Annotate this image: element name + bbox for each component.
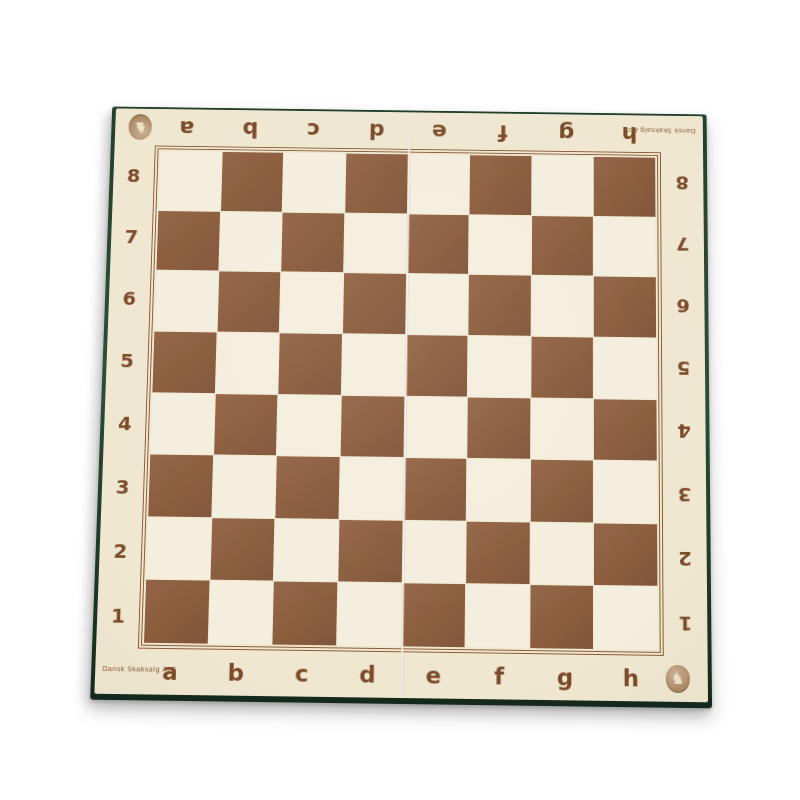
square-c2[interactable] [274,519,338,582]
board-edge: abcdefgh abcdefgh 87654321 87654321 ♞ ♞ … [90,107,712,709]
square-b3[interactable] [212,455,276,517]
square-g3[interactable] [531,460,594,522]
rank-label-right-5: 5 [677,359,691,378]
square-e8[interactable] [407,154,469,214]
square-f3[interactable] [467,459,530,521]
knight-icon: ♞ [133,120,147,135]
rank-label-left-8: 8 [127,166,141,185]
square-d5[interactable] [342,334,405,395]
file-label-top-e: e [432,120,447,141]
square-g5[interactable] [531,337,593,398]
square-f1[interactable] [466,585,530,649]
square-f5[interactable] [468,336,530,397]
square-g7[interactable] [532,216,594,276]
rank-label-right-6: 6 [676,296,690,315]
rank-label-left-2: 2 [113,541,127,561]
file-label-bottom-e: e [425,664,441,687]
square-b2[interactable] [210,518,274,581]
chess-board: abcdefgh abcdefgh 87654321 87654321 ♞ ♞ … [90,107,712,709]
square-b5[interactable] [215,332,279,393]
square-c4[interactable] [277,394,341,456]
square-a5[interactable] [152,332,216,393]
file-label-top-c: c [307,119,321,140]
square-h8[interactable] [594,157,655,217]
square-a1[interactable] [144,580,209,644]
knight-logo-top-left: ♞ [128,114,152,140]
knight-icon: ♞ [671,671,685,687]
square-c5[interactable] [279,333,342,394]
rank-label-left-6: 6 [122,289,136,308]
square-f4[interactable] [467,397,530,459]
square-b6[interactable] [217,272,280,333]
square-f7[interactable] [469,215,531,275]
square-g6[interactable] [531,276,593,337]
square-a6[interactable] [154,271,218,332]
square-d3[interactable] [339,457,403,519]
square-f8[interactable] [470,155,532,215]
square-g8[interactable] [532,156,593,216]
photo-background: abcdefgh abcdefgh 87654321 87654321 ♞ ♞ … [0,0,800,800]
square-c7[interactable] [281,212,344,272]
square-e3[interactable] [403,458,466,520]
file-label-bottom-b: b [227,661,244,684]
square-b1[interactable] [208,581,273,645]
square-f2[interactable] [466,521,529,584]
file-label-top-b: b [242,118,258,139]
square-b8[interactable] [221,152,284,211]
rank-label-left-7: 7 [124,227,138,246]
rank-label-right-1: 1 [678,614,692,634]
file-label-bottom-d: d [359,663,376,686]
square-e5[interactable] [405,335,468,396]
knight-logo-bottom-right: ♞ [666,665,690,693]
square-c3[interactable] [276,456,340,518]
board-face: abcdefgh abcdefgh 87654321 87654321 ♞ ♞ … [94,108,708,702]
rank-labels-right: 87654321 [661,152,708,656]
file-label-top-f: f [498,121,508,142]
maker-text-bottom-left: Dansk Skaksalg ApS [102,665,177,674]
square-f6[interactable] [469,275,531,336]
file-label-top-g: g [558,122,574,143]
square-h4[interactable] [594,399,657,461]
file-label-bottom-f: f [494,665,504,688]
rank-label-right-7: 7 [676,235,690,254]
square-h3[interactable] [594,461,657,523]
square-d8[interactable] [345,154,407,213]
square-b4[interactable] [214,394,278,456]
square-c1[interactable] [273,582,338,646]
square-g1[interactable] [530,585,593,649]
rank-label-left-1: 1 [111,606,126,626]
file-label-bottom-h: h [623,667,639,690]
square-e7[interactable] [407,214,469,274]
square-d7[interactable] [344,213,406,273]
square-h6[interactable] [594,277,656,338]
square-c8[interactable] [283,153,345,212]
maker-text-top-right: Dansk Skaksalg ApS [625,126,696,134]
rank-label-right-3: 3 [678,485,692,505]
rank-label-right-8: 8 [675,174,689,193]
square-a2[interactable] [146,517,211,580]
square-g4[interactable] [531,398,593,460]
rank-label-left-4: 4 [118,414,132,433]
square-h5[interactable] [594,337,656,398]
square-e6[interactable] [406,274,468,335]
file-label-bottom-c: c [295,662,309,685]
square-g2[interactable] [530,522,593,585]
square-b7[interactable] [219,212,282,272]
square-a7[interactable] [156,211,219,271]
rank-label-right-4: 4 [677,421,691,440]
file-label-bottom-g: g [557,666,573,689]
square-h1[interactable] [594,586,657,650]
square-d4[interactable] [341,395,404,457]
square-d1[interactable] [337,583,401,647]
square-e2[interactable] [402,521,466,584]
rank-label-left-5: 5 [120,351,134,370]
file-label-top-a: a [179,117,195,138]
square-h2[interactable] [594,523,657,586]
square-c6[interactable] [280,272,343,333]
square-h7[interactable] [594,217,656,277]
rank-label-left-3: 3 [115,477,129,497]
square-e1[interactable] [401,584,465,648]
square-d6[interactable] [343,273,406,334]
rank-label-right-2: 2 [678,549,692,569]
square-d2[interactable] [338,520,402,583]
square-a3[interactable] [148,455,212,517]
square-a4[interactable] [150,393,214,455]
square-a8[interactable] [158,151,221,210]
square-e4[interactable] [404,396,467,458]
file-label-top-d: d [368,120,384,141]
